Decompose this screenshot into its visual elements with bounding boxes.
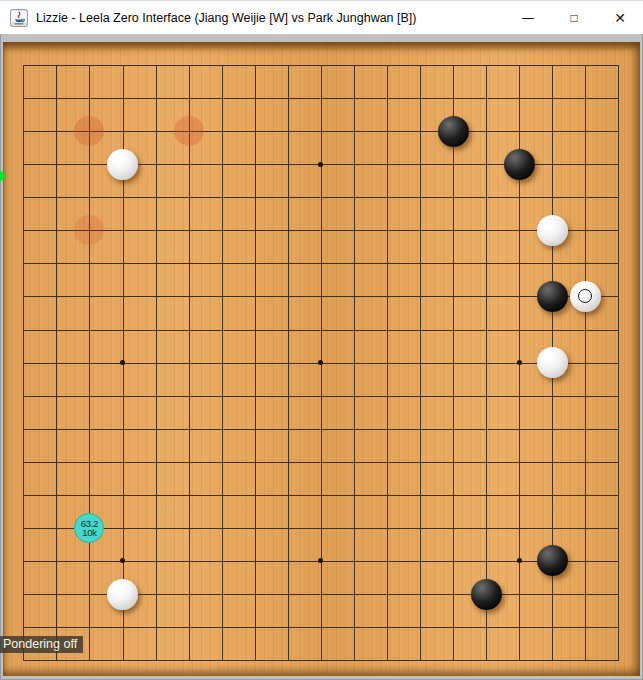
grid-line-horizontal [23,462,619,463]
star-point [517,558,522,563]
best-move-suggestion[interactable]: 63.2 10k [74,513,104,543]
grid-line-horizontal [23,528,619,529]
stone-white-D16[interactable] [107,149,138,180]
stone-black-O17[interactable] [438,116,469,147]
grid-line-vertical [585,65,586,661]
suggestion-F17[interactable] [174,116,204,146]
maximize-button[interactable]: □ [551,1,597,34]
grid-line-vertical [420,65,421,661]
window-title: Lizzie - Leela Zero Interface (Jiang Wei… [36,11,416,25]
pondering-status: Pondering off [0,636,83,653]
stone-black-R12[interactable] [537,281,568,312]
star-point [318,558,323,563]
grid-line-horizontal [23,627,619,628]
stone-black-P3[interactable] [471,579,502,610]
close-button[interactable]: ✕ [597,1,643,34]
stone-white-R10[interactable] [537,347,568,378]
green-arrow-indicator [0,170,7,182]
grid-line-horizontal [23,660,619,661]
stone-black-Q16[interactable] [504,149,535,180]
star-point [318,360,323,365]
grid-line-horizontal [23,495,619,496]
window-controls: — □ ✕ [505,1,643,34]
go-board[interactable]: 63.2 10k [3,42,640,676]
grid-line-vertical [354,65,355,661]
suggestion-C17[interactable] [74,116,104,146]
suggestion-C14[interactable] [74,215,104,245]
java-icon [10,9,28,27]
stone-white-R14[interactable] [537,215,568,246]
grid-line-horizontal [23,429,619,430]
stone-white-S12[interactable] [570,281,601,312]
grid-line-vertical [618,65,619,661]
star-point [318,162,323,167]
best-move-visits: 10k [82,528,96,537]
star-point [517,360,522,365]
title-bar[interactable]: Lizzie - Leela Zero Interface (Jiang Wei… [0,0,643,34]
stone-white-D3[interactable] [107,579,138,610]
grid-line-vertical [453,65,454,661]
grid-line-vertical [387,65,388,661]
last-move-marker [578,289,592,303]
stone-black-R4[interactable] [537,545,568,576]
grid-line-horizontal [23,396,619,397]
lizzie-window: Lizzie - Leela Zero Interface (Jiang Wei… [0,0,643,680]
grid-line-vertical [486,65,487,661]
star-point [120,558,125,563]
minimize-button[interactable]: — [505,1,551,34]
star-point [120,360,125,365]
